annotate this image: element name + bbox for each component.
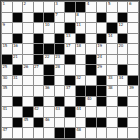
cell-r1c10[interactable] [97, 2, 107, 12]
cell-r1c3[interactable]: 2 [23, 2, 33, 12]
block-r9c9 [86, 86, 96, 96]
cell-r7c11[interactable] [107, 65, 117, 75]
clue-number-24: 24 [97, 55, 102, 59]
cell-r12c13[interactable] [128, 118, 138, 128]
clue-number-9: 9 [3, 23, 5, 27]
cell-r11c6[interactable]: 43 [55, 107, 65, 117]
clue-number-8: 8 [76, 13, 78, 17]
clue-number-16: 16 [13, 44, 18, 48]
block-r8c7 [65, 76, 75, 86]
block-r10c4 [34, 97, 44, 107]
cell-r8c3[interactable] [23, 76, 33, 86]
cell-r8c9[interactable] [86, 76, 96, 86]
block-r3c11 [107, 23, 117, 33]
block-r2c10 [97, 13, 107, 23]
clue-number-46: 46 [45, 118, 50, 122]
cell-r4c1[interactable] [2, 34, 12, 44]
cell-r10c5[interactable] [44, 97, 54, 107]
cell-r11c8[interactable]: 44 [76, 107, 86, 117]
cell-r8c11[interactable]: 33 [107, 76, 117, 86]
cell-r3c9[interactable] [86, 23, 96, 33]
cell-r2c3[interactable] [23, 13, 33, 23]
block-r10c10 [97, 97, 107, 107]
cell-r2c11[interactable] [107, 13, 117, 23]
cell-r6c5[interactable]: 22 [44, 55, 54, 65]
clue-number-25: 25 [3, 65, 8, 69]
clue-number-14: 14 [108, 34, 113, 38]
cell-r3c10[interactable] [97, 23, 107, 33]
cell-r9c12[interactable] [118, 86, 128, 96]
clue-number-28: 28 [55, 65, 60, 69]
block-r6c1 [2, 55, 12, 65]
cell-r11c2[interactable] [13, 107, 23, 117]
clue-number-30: 30 [3, 76, 8, 80]
cell-r5c9[interactable] [86, 44, 96, 54]
cell-r1c4[interactable] [34, 2, 44, 12]
block-r3c7 [65, 23, 75, 33]
cell-r12c1[interactable] [2, 118, 12, 128]
cell-r2c6[interactable]: 7 [55, 13, 65, 23]
cell-r8c8[interactable]: 32 [76, 76, 86, 86]
cell-r2c1[interactable] [2, 13, 12, 23]
cell-r3c6[interactable] [55, 23, 65, 33]
block-r2c12 [118, 13, 128, 23]
cell-r10c11[interactable] [107, 97, 117, 107]
cell-r9c4[interactable] [34, 86, 44, 96]
cell-r11c11[interactable] [107, 107, 117, 117]
cell-r11c4[interactable]: 42 [34, 107, 44, 117]
cell-r4c9[interactable] [86, 34, 96, 44]
cell-r6c11[interactable] [107, 55, 117, 65]
cell-r4c13[interactable] [128, 34, 138, 44]
block-r10c12 [118, 97, 128, 107]
cell-r6c10[interactable]: 24 [97, 55, 107, 65]
cell-r1c9[interactable]: 4 [86, 2, 96, 12]
clue-number-12: 12 [118, 23, 123, 27]
clue-number-29: 29 [97, 65, 102, 69]
cell-r7c3[interactable]: 26 [23, 65, 33, 75]
clue-number-21: 21 [13, 55, 18, 59]
cell-r1c1[interactable]: 1 [2, 2, 12, 12]
cell-r3c1[interactable]: 9 [2, 23, 12, 33]
block-r4c12 [118, 34, 128, 44]
cell-r13c13[interactable] [128, 128, 138, 138]
clue-number-33: 33 [108, 76, 113, 80]
block-r7c2 [13, 65, 23, 75]
block-r5c4 [34, 44, 44, 54]
cell-r2c8[interactable]: 8 [76, 13, 86, 23]
cell-r10c3[interactable] [23, 97, 33, 107]
block-r6c7 [65, 55, 75, 65]
cell-r4c7[interactable]: 13 [65, 34, 75, 44]
cell-r12c6[interactable] [55, 118, 65, 128]
block-r1c7 [65, 2, 75, 12]
cell-r6c13[interactable] [128, 55, 138, 65]
cell-r8c12[interactable]: 34 [118, 76, 128, 86]
cell-r7c8[interactable] [76, 65, 86, 75]
cell-r10c9[interactable]: 40 [86, 97, 96, 107]
block-r9c10 [97, 86, 107, 96]
cell-r1c6[interactable]: 3 [55, 2, 65, 12]
block-r5c6 [55, 44, 65, 54]
cell-r5c10[interactable]: 19 [97, 44, 107, 54]
cell-r10c13[interactable] [128, 97, 138, 107]
clue-number-44: 44 [76, 107, 81, 111]
block-r9c8 [76, 86, 86, 96]
cell-r11c9[interactable] [86, 107, 96, 117]
clue-number-15: 15 [3, 44, 8, 48]
cell-r13c2[interactable] [13, 128, 23, 138]
block-r12c12 [118, 118, 128, 128]
clue-number-35: 35 [3, 86, 8, 90]
cell-r5c2[interactable]: 16 [13, 44, 23, 54]
cell-r12c3[interactable]: 45 [23, 118, 33, 128]
cell-r2c9[interactable] [86, 13, 96, 23]
cell-r7c10[interactable]: 29 [97, 65, 107, 75]
block-r11c7 [65, 107, 75, 117]
cell-r9c6[interactable] [55, 86, 65, 96]
block-r2c4 [34, 13, 44, 23]
crossword-grid: 1234567891011121314151617181920212223242… [0, 0, 140, 140]
cell-r5c7[interactable]: 17 [65, 44, 75, 54]
clue-number-48: 48 [76, 128, 81, 132]
cell-r13c1[interactable]: 47 [2, 128, 12, 138]
clue-number-27: 27 [34, 65, 39, 69]
block-r4c2 [13, 34, 23, 44]
block-r10c2 [13, 97, 23, 107]
cell-r13c5[interactable] [44, 128, 54, 138]
cell-r8c2[interactable]: 31 [13, 76, 23, 86]
cell-r1c12[interactable] [118, 2, 128, 12]
clue-number-47: 47 [3, 128, 8, 132]
cell-r11c5[interactable] [44, 107, 54, 117]
cell-r7c13[interactable] [128, 65, 138, 75]
clue-number-22: 22 [45, 55, 50, 59]
cell-r13c3[interactable] [23, 128, 33, 138]
cell-r5c13[interactable] [128, 44, 138, 54]
clue-number-18: 18 [76, 44, 81, 48]
cell-r3c3[interactable] [23, 23, 33, 33]
block-r8c10 [97, 76, 107, 86]
clue-number-19: 19 [97, 44, 102, 48]
clue-number-41: 41 [3, 107, 8, 111]
cell-r6c3[interactable] [23, 55, 33, 65]
cell-r11c10[interactable] [97, 107, 107, 117]
block-r12c9 [86, 118, 96, 128]
cell-r5c11[interactable] [107, 44, 117, 54]
clue-number-39: 39 [129, 86, 134, 90]
cell-r12c11[interactable] [107, 118, 117, 128]
clue-number-40: 40 [87, 97, 92, 101]
block-r12c4 [34, 118, 44, 128]
cell-r1c5[interactable] [44, 2, 54, 12]
cell-r7c7[interactable] [65, 65, 75, 75]
cell-r4c11[interactable]: 14 [107, 34, 117, 44]
cell-r12c5[interactable]: 46 [44, 118, 54, 128]
clue-number-37: 37 [66, 86, 71, 90]
cell-r12c7[interactable] [65, 118, 75, 128]
cell-r7c6[interactable]: 28 [55, 65, 65, 75]
cell-r6c6[interactable]: 23 [55, 55, 65, 65]
cell-r1c11[interactable]: 5 [107, 2, 117, 12]
cell-r2c13[interactable] [128, 13, 138, 23]
block-r4c8 [76, 34, 86, 44]
block-r4c4 [34, 34, 44, 44]
cell-r12c8[interactable] [76, 118, 86, 128]
block-r2c2 [13, 13, 23, 23]
cell-r10c1[interactable] [2, 97, 12, 107]
cell-r6c2[interactable]: 21 [13, 55, 23, 65]
clue-number-31: 31 [13, 76, 18, 80]
block-r11c3 [23, 107, 33, 117]
clue-number-38: 38 [108, 86, 113, 90]
block-r13c7 [65, 128, 75, 138]
block-r5c5 [44, 44, 54, 54]
cell-r3c8[interactable]: 11 [76, 23, 86, 33]
clue-number-11: 11 [76, 23, 81, 27]
block-r4c10 [97, 34, 107, 44]
clue-number-1: 1 [3, 2, 5, 6]
block-r6c9 [86, 55, 96, 65]
cell-r9c11[interactable]: 38 [107, 86, 117, 96]
clue-number-13: 13 [66, 34, 71, 38]
cell-r11c12[interactable] [118, 107, 128, 117]
clue-number-43: 43 [55, 107, 60, 111]
clue-number-20: 20 [118, 44, 123, 48]
cell-r13c9[interactable] [86, 128, 96, 138]
cell-r8c4[interactable] [34, 76, 44, 86]
clue-number-23: 23 [55, 55, 60, 59]
cell-r1c13[interactable]: 6 [128, 2, 138, 12]
cell-r11c13[interactable] [128, 107, 138, 117]
clue-number-17: 17 [66, 44, 71, 48]
cell-r13c12[interactable] [118, 128, 128, 138]
block-r13c6 [55, 128, 65, 138]
block-r6c4 [34, 55, 44, 65]
block-r10c8 [76, 97, 86, 107]
cell-r1c2[interactable] [13, 2, 23, 12]
clue-number-5: 5 [108, 2, 110, 6]
block-r8c13 [128, 76, 138, 86]
cell-r13c4[interactable] [34, 128, 44, 138]
clue-number-34: 34 [118, 76, 123, 80]
block-r2c5 [44, 13, 54, 23]
clue-number-36: 36 [45, 86, 50, 90]
cell-r9c13[interactable]: 39 [128, 86, 138, 96]
cell-r9c3[interactable] [23, 86, 33, 96]
clue-number-6: 6 [129, 2, 131, 6]
block-r7c9 [86, 65, 96, 75]
block-r1c8 [76, 2, 86, 12]
block-r12c10 [97, 118, 107, 128]
clue-number-32: 32 [76, 76, 81, 80]
cell-r9c5[interactable]: 36 [44, 86, 54, 96]
cell-r6c12[interactable] [118, 55, 128, 65]
cell-r2c7[interactable] [65, 13, 75, 23]
cell-r3c2[interactable] [13, 23, 23, 33]
clue-number-45: 45 [24, 118, 29, 122]
cell-r8c1[interactable]: 30 [2, 76, 12, 86]
cell-r6c8[interactable] [76, 55, 86, 65]
cell-r9c2[interactable] [13, 86, 23, 96]
cell-r11c1[interactable]: 41 [2, 107, 12, 117]
cell-r5c1[interactable]: 15 [2, 44, 12, 54]
cell-r5c8[interactable]: 18 [76, 44, 86, 54]
clue-number-4: 4 [87, 2, 89, 6]
cell-r7c1[interactable]: 25 [2, 65, 12, 75]
block-r8c5 [44, 76, 54, 86]
cell-r3c13[interactable] [128, 23, 138, 33]
cell-r8c6[interactable] [55, 76, 65, 86]
clue-number-26: 26 [24, 65, 29, 69]
block-r7c5 [44, 65, 54, 75]
clue-number-42: 42 [34, 107, 39, 111]
cell-r3c12[interactable]: 12 [118, 23, 128, 33]
cell-r3c5[interactable]: 10 [44, 23, 54, 33]
block-r12c2 [13, 118, 23, 128]
clue-number-10: 10 [45, 23, 50, 27]
cell-r7c4[interactable]: 27 [34, 65, 44, 75]
cell-r9c7[interactable]: 37 [65, 86, 75, 96]
cell-r10c7[interactable] [65, 97, 75, 107]
cell-r13c8[interactable]: 48 [76, 128, 86, 138]
cell-r5c3[interactable] [23, 44, 33, 54]
cell-r9c1[interactable]: 35 [2, 86, 12, 96]
cell-r4c5[interactable] [44, 34, 54, 44]
cell-r3c4[interactable] [34, 23, 44, 33]
clue-number-3: 3 [55, 2, 57, 6]
clue-number-7: 7 [55, 13, 57, 17]
block-r10c6 [55, 97, 65, 107]
cell-r13c10[interactable] [97, 128, 107, 138]
clue-number-2: 2 [24, 2, 26, 6]
cell-r13c11[interactable] [107, 128, 117, 138]
cell-r5c12[interactable]: 20 [118, 44, 128, 54]
block-r4c6 [55, 34, 65, 44]
block-r7c12 [118, 65, 128, 75]
cell-r4c3[interactable] [23, 34, 33, 44]
